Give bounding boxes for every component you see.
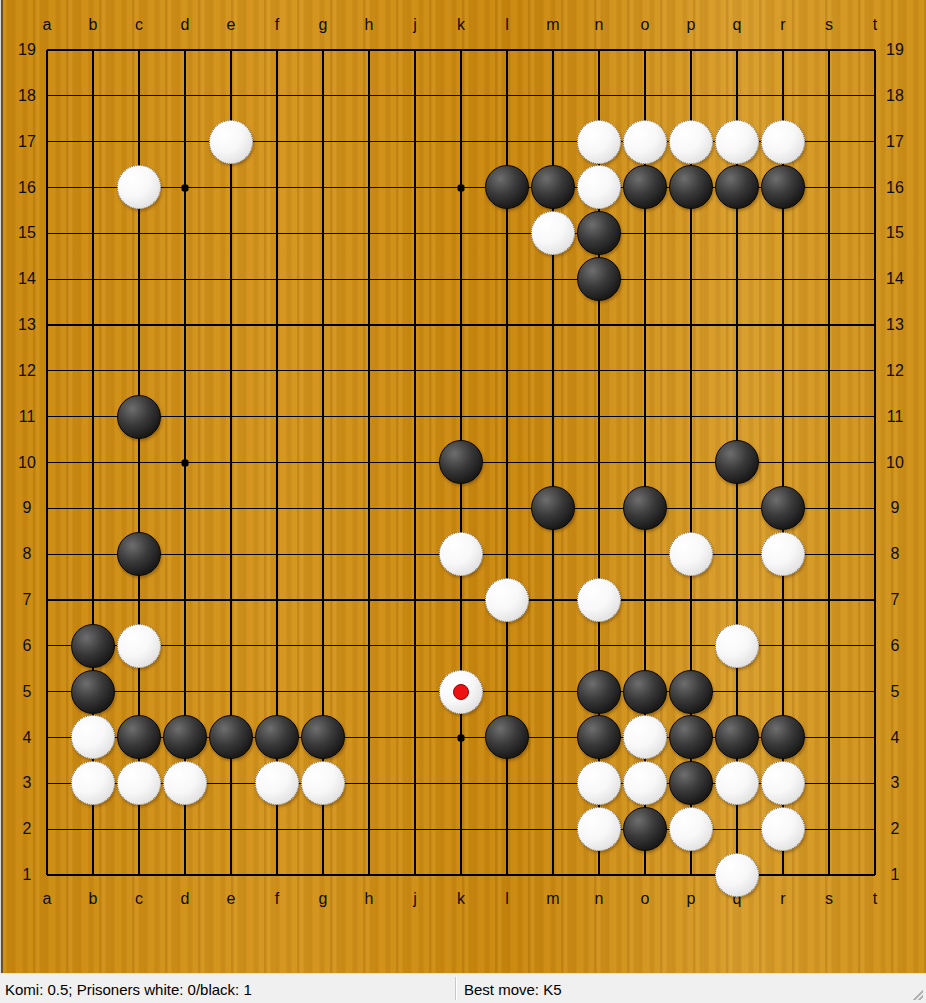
stone-white-k8 [439,532,483,576]
stone-white-n7 [577,578,621,622]
stone-black-n4 [577,715,621,759]
stone-white-n16 [577,165,621,209]
goban[interactable]: aabbccddeeffgghhjjkkllmmnnooppqqrrsstt19… [0,0,926,973]
stone-black-r16 [761,165,805,209]
stone-white-f3 [255,761,299,805]
stone-white-r3 [761,761,805,805]
status-separator [455,977,456,1000]
stone-black-p3 [669,761,713,805]
stone-white-n17 [577,120,621,164]
stone-black-f4 [255,715,299,759]
stone-white-q6 [715,624,759,668]
stone-black-e4 [209,715,253,759]
stone-black-m9 [531,486,575,530]
stone-black-b5 [71,670,115,714]
stone-white-e17 [209,120,253,164]
stone-black-k10 [439,440,483,484]
stone-white-c16 [117,165,161,209]
stone-black-l4 [485,715,529,759]
stone-black-d4 [163,715,207,759]
stone-white-b3 [71,761,115,805]
stone-black-g4 [301,715,345,759]
stone-black-n15 [577,211,621,255]
stone-black-p5 [669,670,713,714]
stone-black-q10 [715,440,759,484]
stone-black-l16 [485,165,529,209]
stone-white-n2 [577,807,621,851]
stone-black-b6 [71,624,115,668]
stone-black-c8 [117,532,161,576]
stone-white-o3 [623,761,667,805]
stones-grid [24,27,898,898]
stone-white-m15 [531,211,575,255]
stone-black-o9 [623,486,667,530]
stone-black-o5 [623,670,667,714]
stone-black-p16 [669,165,713,209]
stone-white-p8 [669,532,713,576]
best-move-marker [453,684,469,700]
stone-black-r4 [761,715,805,759]
stone-white-q17 [715,120,759,164]
stone-black-o16 [623,165,667,209]
status-best-move: Best move: K5 [464,980,562,997]
stone-white-o4 [623,715,667,759]
go-app: aabbccddeeffgghhjjkkllmmnnooppqqrrsstt19… [0,0,926,1003]
resize-grip-icon[interactable] [913,990,923,1000]
stone-white-p2 [669,807,713,851]
stone-white-k5 [439,670,483,714]
stone-white-d3 [163,761,207,805]
status-bar: Komi: 0.5; Prisoners white: 0/black: 1 B… [0,973,926,1003]
stone-white-b4 [71,715,115,759]
stone-black-n14 [577,257,621,301]
stone-white-r2 [761,807,805,851]
stone-black-q4 [715,715,759,759]
stone-black-q16 [715,165,759,209]
stone-white-l7 [485,578,529,622]
stone-black-p4 [669,715,713,759]
stone-black-c11 [117,395,161,439]
stone-white-r17 [761,120,805,164]
stone-white-q3 [715,761,759,805]
stone-black-r9 [761,486,805,530]
stone-white-r8 [761,532,805,576]
stone-white-n3 [577,761,621,805]
stone-black-c4 [117,715,161,759]
stone-white-c3 [117,761,161,805]
status-komi-prisoners: Komi: 0.5; Prisoners white: 0/black: 1 [5,980,252,997]
stone-white-g3 [301,761,345,805]
stone-black-m16 [531,165,575,209]
stone-black-n5 [577,670,621,714]
window-border-dark [1,0,3,973]
stone-white-p17 [669,120,713,164]
stone-white-o17 [623,120,667,164]
stone-white-c6 [117,624,161,668]
stone-white-q1 [715,853,759,897]
stone-black-o2 [623,807,667,851]
